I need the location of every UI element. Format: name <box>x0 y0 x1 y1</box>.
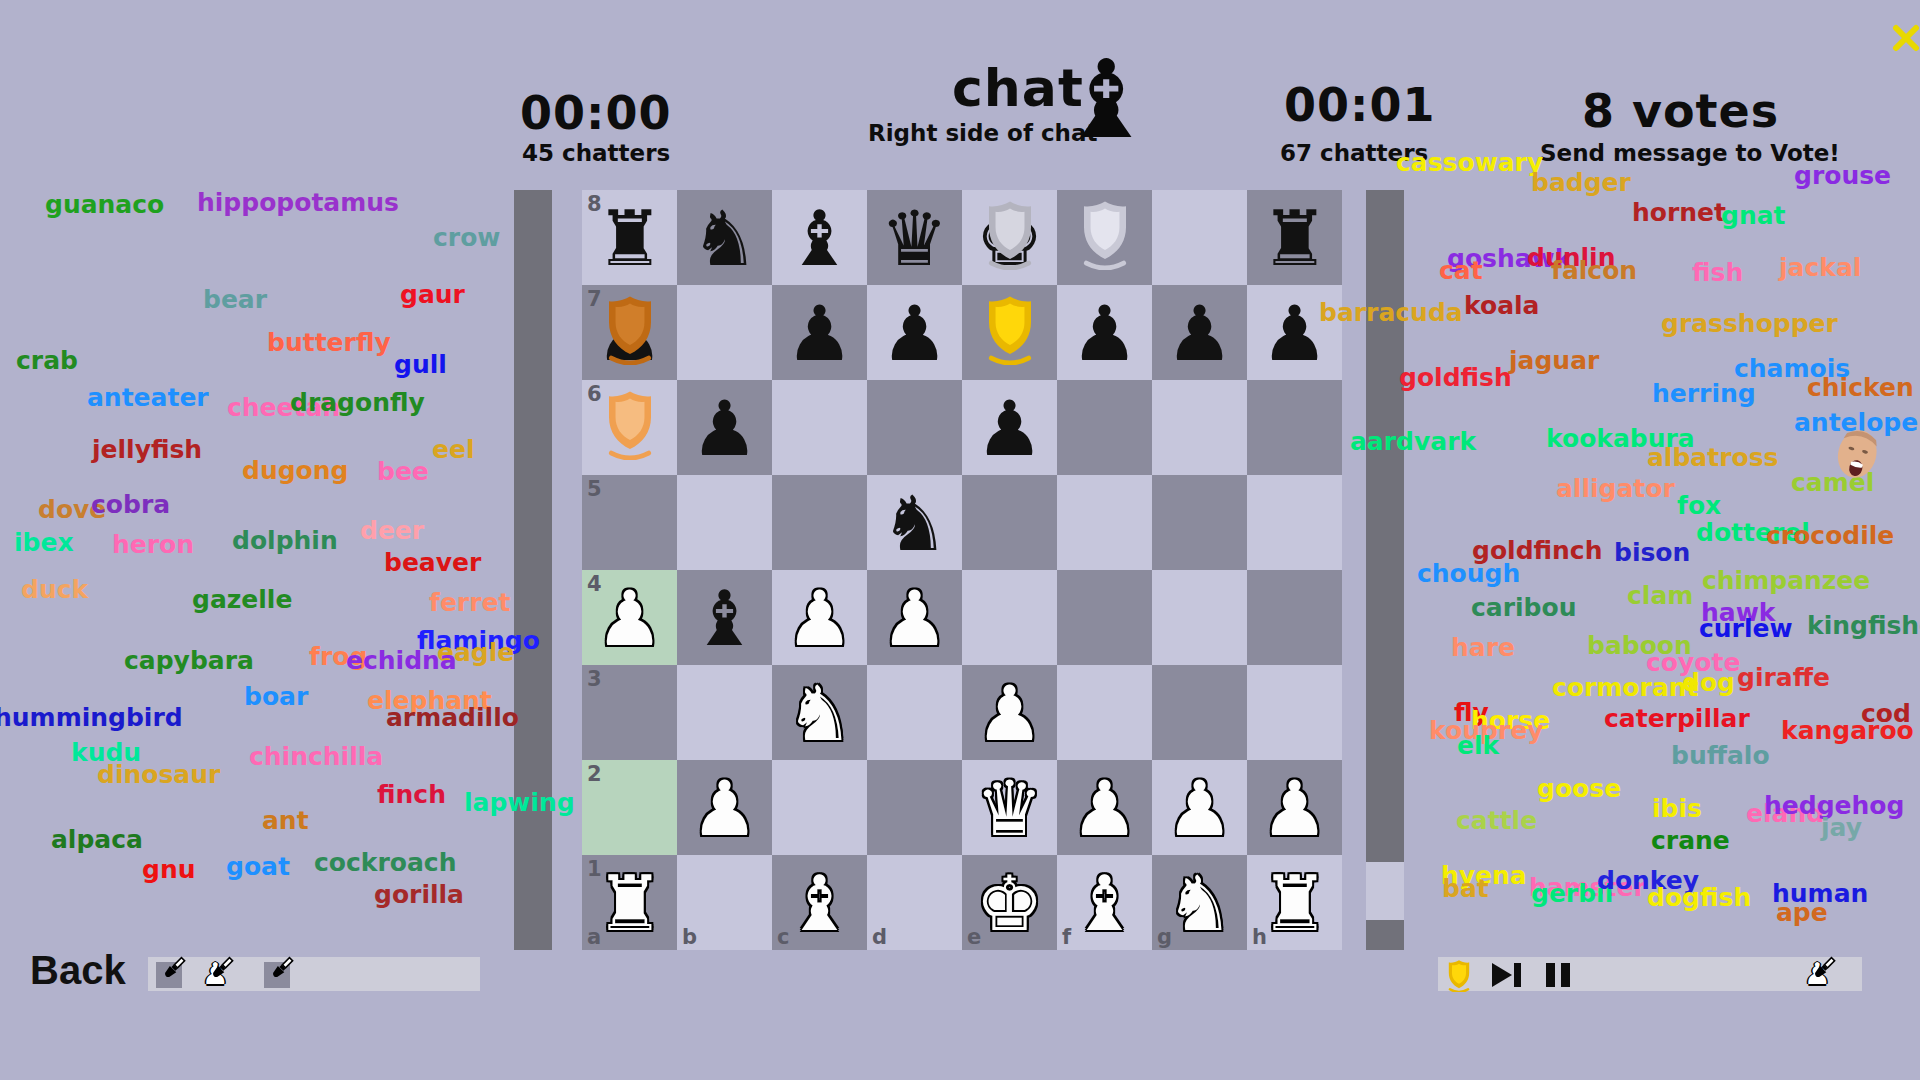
chatter-name-lapwing: lapwing <box>464 790 575 815</box>
chatter-name-cattle: cattle <box>1456 808 1537 833</box>
chatter-name-albatross: albatross <box>1647 445 1778 470</box>
chatter-name-gazelle: gazelle <box>192 587 292 612</box>
square-f1[interactable]: f♝ <box>1057 855 1152 950</box>
chatter-name-echidna: echidna <box>346 648 457 673</box>
left-chatter-count: 45 chatters <box>522 140 670 166</box>
square-a2[interactable]: 2 <box>582 760 677 855</box>
square-a3[interactable]: 3 <box>582 665 677 760</box>
square-b4[interactable]: ♝ <box>677 570 772 665</box>
left-toolbar <box>148 957 480 991</box>
chatter-name-grasshopper: grasshopper <box>1661 311 1838 336</box>
chatter-name-dolphin: dolphin <box>232 528 338 553</box>
chatter-name-eel: eel <box>432 437 474 462</box>
square-h7[interactable]: ♟ <box>1247 285 1342 380</box>
square-f5[interactable] <box>1057 475 1152 570</box>
square-g6[interactable] <box>1152 380 1247 475</box>
chatter-name-alligator: alligator <box>1556 476 1675 501</box>
chatter-name-jaguar: jaguar <box>1509 348 1599 373</box>
skip-move-icon[interactable] <box>1490 962 1524 992</box>
chatter-name-kangaroo: kangaroo <box>1781 718 1914 743</box>
square-g8[interactable] <box>1152 190 1247 285</box>
silver-shield-icon <box>982 196 1038 274</box>
square-c1[interactable]: c♝ <box>772 855 867 950</box>
chatter-name-capybara: capybara <box>124 648 254 673</box>
chatter-name-guanaco: guanaco <box>45 192 164 217</box>
chatter-name-ibis: ibis <box>1652 796 1702 821</box>
back-button[interactable]: Back <box>30 948 126 993</box>
square-b1[interactable]: b <box>677 855 772 950</box>
chatter-name-crocodile: crocodile <box>1766 523 1894 548</box>
chatter-name-cassowary: cassowary <box>1396 150 1543 175</box>
chatter-name-cobra: cobra <box>91 492 170 517</box>
square-g7[interactable]: ♟ <box>1152 285 1247 380</box>
chatter-name-jay: jay <box>1821 815 1862 840</box>
pause-icon[interactable] <box>1544 962 1574 992</box>
brush-icon <box>266 954 296 984</box>
chatter-name-jackal: jackal <box>1779 255 1861 280</box>
chatter-name-kingfisher: kingfisher <box>1807 613 1920 638</box>
chatter-name-cat: cat <box>1439 258 1483 283</box>
chatter-name-bat: bat <box>1442 876 1489 901</box>
square-c2[interactable] <box>772 760 867 855</box>
chatter-name-fish: fish <box>1692 260 1743 285</box>
black-rook-h8: ♜ <box>1247 190 1342 285</box>
chatter-name-fox: fox <box>1677 493 1721 518</box>
white-pawn-c4: ♟ <box>772 570 867 665</box>
chatter-name-giraffe: giraffe <box>1737 665 1830 690</box>
square-d7[interactable]: ♟ <box>867 285 962 380</box>
chatter-name-badger: badger <box>1531 170 1631 195</box>
chatter-name-dinosaur: dinosaur <box>97 762 220 787</box>
rank-label: 6 <box>587 382 602 406</box>
square-b2[interactable]: ♟ <box>677 760 772 855</box>
white-pawn-d4: ♟ <box>867 570 962 665</box>
square-c5[interactable] <box>772 475 867 570</box>
rank-label: 1 <box>587 857 602 881</box>
chatter-name-hummingbird: hummingbird <box>0 705 183 730</box>
chatter-name-finch: finch <box>377 782 446 807</box>
chatter-name-dragonfly: dragonfly <box>290 390 425 415</box>
chatter-name-chough: chough <box>1417 561 1520 586</box>
square-f7[interactable]: ♟ <box>1057 285 1152 380</box>
chatter-name-cormorant: cormorant <box>1552 675 1699 700</box>
paint-dark-square-button-2[interactable] <box>264 960 294 990</box>
square-d8[interactable]: ♛ <box>867 190 962 285</box>
white-knight-c3: ♞ <box>772 665 867 760</box>
paint-dark-square-button[interactable] <box>156 960 186 990</box>
rank-label: 3 <box>587 667 602 691</box>
square-c6[interactable] <box>772 380 867 475</box>
black-bishop-c8: ♝ <box>772 190 867 285</box>
square-a4[interactable]: 4♟ <box>582 570 677 665</box>
chatter-name-grouse: grouse <box>1794 163 1891 188</box>
vote-shield-button[interactable] <box>1444 958 1474 996</box>
file-label: e <box>967 925 981 949</box>
gold-shield-icon <box>982 291 1038 369</box>
rank-label: 8 <box>587 192 602 216</box>
white-pawn-b2: ♟ <box>677 760 772 855</box>
square-a6[interactable]: 6 <box>582 380 677 475</box>
file-label: d <box>872 925 887 949</box>
black-pawn-h7: ♟ <box>1247 285 1342 380</box>
square-d4[interactable]: ♟ <box>867 570 962 665</box>
square-c3[interactable]: ♞ <box>772 665 867 760</box>
square-g2[interactable]: ♟ <box>1152 760 1247 855</box>
file-label: c <box>777 925 789 949</box>
square-e8[interactable]: ♚ <box>962 190 1057 285</box>
square-b6[interactable]: ♟ <box>677 380 772 475</box>
square-a5[interactable]: 5 <box>582 475 677 570</box>
chatter-name-deer: deer <box>360 518 424 543</box>
black-pawn-c7: ♟ <box>772 285 867 380</box>
brush-icon <box>1808 954 1838 984</box>
chatter-name-goose: goose <box>1537 776 1621 801</box>
square-f2[interactable]: ♟ <box>1057 760 1152 855</box>
chatter-name-crab: crab <box>16 348 78 373</box>
chatter-name-dogfish: dogfish <box>1647 885 1751 910</box>
chatter-name-aardvark: aardvark <box>1350 429 1476 454</box>
square-h5[interactable] <box>1247 475 1342 570</box>
chatter-name-bee: bee <box>377 459 429 484</box>
square-h6[interactable] <box>1247 380 1342 475</box>
square-a7[interactable]: 7♟ <box>582 285 677 380</box>
square-g1[interactable]: g♞ <box>1152 855 1247 950</box>
chatter-name-heron: heron <box>112 532 194 557</box>
white-bishop-f1: ♝ <box>1057 855 1152 950</box>
chatter-name-hare: hare <box>1451 635 1515 660</box>
chatter-name-clam: clam <box>1627 583 1693 608</box>
chatter-name-falcon: falcon <box>1551 258 1637 283</box>
square-b5[interactable] <box>677 475 772 570</box>
square-b8[interactable]: ♞ <box>677 190 772 285</box>
square-e1[interactable]: e♚ <box>962 855 1057 950</box>
chatter-name-gull: gull <box>394 352 447 377</box>
file-label: f <box>1062 925 1071 949</box>
black-bishop-b4: ♝ <box>677 570 772 665</box>
square-c8[interactable]: ♝ <box>772 190 867 285</box>
chatter-name-buffalo: buffalo <box>1671 743 1770 768</box>
rank-label: 5 <box>587 477 602 501</box>
square-f8[interactable] <box>1057 190 1152 285</box>
chatter-name-armadillo: armadillo <box>386 705 519 730</box>
file-label: b <box>682 925 697 949</box>
chatter-name-jellyfish: jellyfish <box>92 437 202 462</box>
rank-label: 4 <box>587 572 602 596</box>
chatter-name-caribou: caribou <box>1471 595 1576 620</box>
chatter-name-chinchilla: chinchilla <box>249 744 383 769</box>
square-f3[interactable] <box>1057 665 1152 760</box>
white-pawn-g2: ♟ <box>1152 760 1247 855</box>
rank-label: 7 <box>587 287 602 311</box>
chatter-name-goat: goat <box>226 854 290 879</box>
square-d3[interactable] <box>867 665 962 760</box>
orange-shield-icon <box>602 291 658 369</box>
chatter-name-goldfish: goldfish <box>1399 365 1512 390</box>
chatter-name-ant: ant <box>262 808 309 833</box>
square-h8[interactable]: ♜ <box>1247 190 1342 285</box>
square-e7[interactable] <box>962 285 1057 380</box>
chatter-name-ferret: ferret <box>429 590 510 615</box>
chatter-face-avatar <box>1828 428 1886 482</box>
chatter-name-ape: ape <box>1776 900 1828 925</box>
chatter-name-ibex: ibex <box>14 530 74 555</box>
square-g4[interactable] <box>1152 570 1247 665</box>
vote-count: 8 votes <box>1582 84 1779 138</box>
square-g5[interactable] <box>1152 475 1247 570</box>
black-knight-d5: ♞ <box>867 475 962 570</box>
square-a8[interactable]: 8♜ <box>582 190 677 285</box>
white-pawn-f2: ♟ <box>1057 760 1152 855</box>
white-queen-e2: ♛ <box>962 760 1057 855</box>
right-chat-scrollbar-thumb[interactable] <box>1366 862 1404 920</box>
chatter-name-gnat: gnat <box>1721 203 1786 228</box>
right-timer: 00:01 <box>1284 78 1435 132</box>
orange-light-shield-icon <box>602 386 658 464</box>
chatter-name-herring: herring <box>1652 381 1756 406</box>
black-pawn-b6: ♟ <box>677 380 772 475</box>
chatter-name-crow: crow <box>433 225 500 250</box>
square-b3[interactable] <box>677 665 772 760</box>
square-e4[interactable] <box>962 570 1057 665</box>
chatter-name-hornet: hornet <box>1632 200 1726 225</box>
chatter-name-dugong: dugong <box>242 458 348 483</box>
square-a1[interactable]: 1a♜ <box>582 855 677 950</box>
square-g3[interactable] <box>1152 665 1247 760</box>
chatter-name-chicken: chicken <box>1807 375 1914 400</box>
chatter-name-curlew: curlew <box>1699 616 1793 641</box>
square-e6[interactable]: ♟ <box>962 380 1057 475</box>
chatter-name-caterpillar: caterpillar <box>1604 706 1750 731</box>
square-e5[interactable] <box>962 475 1057 570</box>
file-label: g <box>1157 925 1172 949</box>
silver-light-shield-icon <box>1077 196 1133 274</box>
black-pawn-g7: ♟ <box>1152 285 1247 380</box>
chatter-name-bear: bear <box>203 287 267 312</box>
square-h1[interactable]: h♜ <box>1247 855 1342 950</box>
black-pawn-d7: ♟ <box>867 285 962 380</box>
chess-board: 8♜♞♝♛♚♜7♟♟♟♟♟♟6♟♟5♞4♟♝♟♟3♞♟2♟♛♟♟♟1a♜bc♝d… <box>582 190 1342 950</box>
black-bishop-icon: ♝ <box>1058 46 1155 154</box>
square-e3[interactable]: ♟ <box>962 665 1057 760</box>
chatter-name-hippopotamus: hippopotamus <box>197 190 399 215</box>
square-c4[interactable]: ♟ <box>772 570 867 665</box>
brush-icon <box>158 954 188 984</box>
chatter-name-alpaca: alpaca <box>51 827 143 852</box>
chatter-name-chimpanzee: chimpanzee <box>1702 568 1870 593</box>
chatter-name-anteater: anteater <box>87 385 209 410</box>
chatter-name-koala: koala <box>1464 293 1539 318</box>
left-chat-scrollbar[interactable] <box>514 190 552 950</box>
square-d6[interactable] <box>867 380 962 475</box>
chatter-name-butterfly: butterfly <box>267 330 391 355</box>
square-f6[interactable] <box>1057 380 1152 475</box>
square-d2[interactable] <box>867 760 962 855</box>
black-knight-b8: ♞ <box>677 190 772 285</box>
brush-icon <box>206 954 236 984</box>
square-f4[interactable] <box>1057 570 1152 665</box>
black-pawn-e6: ♟ <box>962 380 1057 475</box>
square-d5[interactable]: ♞ <box>867 475 962 570</box>
close-icon[interactable] <box>1892 24 1920 56</box>
square-d1[interactable]: d <box>867 855 962 950</box>
chatter-name-cockroach: cockroach <box>314 850 456 875</box>
square-h2[interactable]: ♟ <box>1247 760 1342 855</box>
chatter-name-gaur: gaur <box>400 282 465 307</box>
chatter-name-gorilla: gorilla <box>374 882 464 907</box>
square-h4[interactable] <box>1247 570 1342 665</box>
black-queen-d8: ♛ <box>867 190 962 285</box>
file-label: h <box>1252 925 1267 949</box>
rank-label: 2 <box>587 762 602 786</box>
chatter-name-crane: crane <box>1651 828 1730 853</box>
white-pawn-e3: ♟ <box>962 665 1057 760</box>
square-b7[interactable] <box>677 285 772 380</box>
chatter-name-beaver: beaver <box>384 550 481 575</box>
chatter-name-boar: boar <box>244 684 308 709</box>
file-label: a <box>587 925 601 949</box>
white-pawn-h2: ♟ <box>1247 760 1342 855</box>
black-pawn-f7: ♟ <box>1057 285 1152 380</box>
square-h3[interactable] <box>1247 665 1342 760</box>
paint-piece-button-right[interactable]: ♟ <box>1806 960 1836 990</box>
left-timer: 00:00 <box>520 86 671 140</box>
paint-white-piece-button[interactable]: ♟ <box>204 960 234 990</box>
square-c7[interactable]: ♟ <box>772 285 867 380</box>
square-e2[interactable]: ♛ <box>962 760 1057 855</box>
chatter-name-elk: elk <box>1457 733 1499 758</box>
chatter-name-gnu: gnu <box>142 857 196 882</box>
chatter-name-duck: duck <box>21 577 88 602</box>
chatter-name-bison: bison <box>1614 540 1690 565</box>
